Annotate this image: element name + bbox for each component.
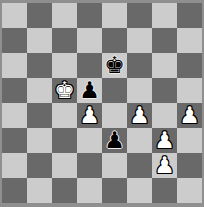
square-g6[interactable] [152, 53, 177, 78]
square-b3[interactable] [27, 128, 52, 153]
square-g7[interactable] [152, 28, 177, 53]
square-e4[interactable] [102, 103, 127, 128]
square-e5[interactable] [102, 78, 127, 103]
black-pawn[interactable]: ♟ [104, 128, 125, 153]
board-frame: ♚♚♟♟♟♟♟♟♟ [0, 0, 204, 207]
square-d7[interactable] [77, 28, 102, 53]
white-pawn[interactable]: ♟ [129, 103, 150, 128]
chess-board: ♚♚♟♟♟♟♟♟♟ [2, 3, 202, 203]
white-king[interactable]: ♚ [54, 78, 75, 103]
square-c4[interactable] [52, 103, 77, 128]
square-g1[interactable] [152, 178, 177, 203]
square-f4[interactable]: ♟ [127, 103, 152, 128]
white-pawn[interactable]: ♟ [154, 153, 175, 178]
square-h1[interactable] [177, 178, 202, 203]
square-h4[interactable]: ♟ [177, 103, 202, 128]
square-c5[interactable]: ♚ [52, 78, 77, 103]
square-c2[interactable] [52, 153, 77, 178]
square-a3[interactable] [2, 128, 27, 153]
square-f8[interactable] [127, 3, 152, 28]
square-h5[interactable] [177, 78, 202, 103]
square-b7[interactable] [27, 28, 52, 53]
square-f1[interactable] [127, 178, 152, 203]
square-h3[interactable] [177, 128, 202, 153]
square-h6[interactable] [177, 53, 202, 78]
square-c8[interactable] [52, 3, 77, 28]
square-g2[interactable]: ♟ [152, 153, 177, 178]
square-a5[interactable] [2, 78, 27, 103]
square-f7[interactable] [127, 28, 152, 53]
square-g8[interactable] [152, 3, 177, 28]
square-a4[interactable] [2, 103, 27, 128]
square-b8[interactable] [27, 3, 52, 28]
square-a8[interactable] [2, 3, 27, 28]
square-a7[interactable] [2, 28, 27, 53]
square-f2[interactable] [127, 153, 152, 178]
square-h8[interactable] [177, 3, 202, 28]
square-e3[interactable]: ♟ [102, 128, 127, 153]
square-d5[interactable]: ♟ [77, 78, 102, 103]
square-a6[interactable] [2, 53, 27, 78]
square-c3[interactable] [52, 128, 77, 153]
white-pawn[interactable]: ♟ [79, 103, 100, 128]
square-b4[interactable] [27, 103, 52, 128]
square-e7[interactable] [102, 28, 127, 53]
square-c7[interactable] [52, 28, 77, 53]
square-d6[interactable] [77, 53, 102, 78]
square-d4[interactable]: ♟ [77, 103, 102, 128]
square-g3[interactable]: ♟ [152, 128, 177, 153]
square-c1[interactable] [52, 178, 77, 203]
black-pawn[interactable]: ♟ [79, 78, 100, 103]
square-e8[interactable] [102, 3, 127, 28]
square-b6[interactable] [27, 53, 52, 78]
white-pawn[interactable]: ♟ [154, 128, 175, 153]
white-pawn[interactable]: ♟ [179, 103, 200, 128]
square-d3[interactable] [77, 128, 102, 153]
square-a2[interactable] [2, 153, 27, 178]
square-d1[interactable] [77, 178, 102, 203]
square-g4[interactable] [152, 103, 177, 128]
square-d2[interactable] [77, 153, 102, 178]
square-f5[interactable] [127, 78, 152, 103]
square-e6[interactable]: ♚ [102, 53, 127, 78]
square-f3[interactable] [127, 128, 152, 153]
square-h2[interactable] [177, 153, 202, 178]
black-king[interactable]: ♚ [104, 53, 125, 78]
square-e1[interactable] [102, 178, 127, 203]
square-a1[interactable] [2, 178, 27, 203]
square-b2[interactable] [27, 153, 52, 178]
square-f6[interactable] [127, 53, 152, 78]
square-c6[interactable] [52, 53, 77, 78]
square-b1[interactable] [27, 178, 52, 203]
square-e2[interactable] [102, 153, 127, 178]
square-b5[interactable] [27, 78, 52, 103]
square-d8[interactable] [77, 3, 102, 28]
square-g5[interactable] [152, 78, 177, 103]
square-h7[interactable] [177, 28, 202, 53]
